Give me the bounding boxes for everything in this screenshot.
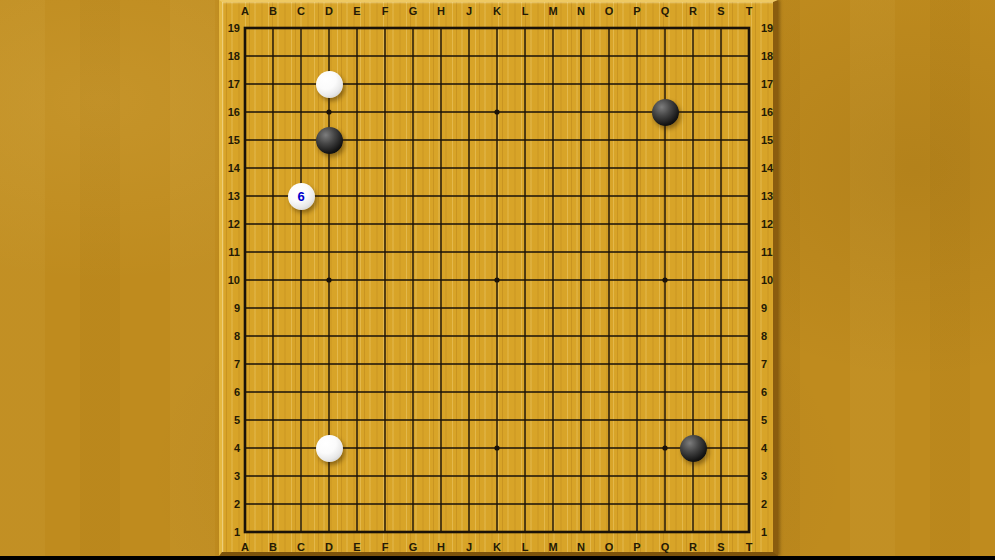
stone-black-r4[interactable] (680, 435, 707, 462)
move-number-label: 6 (297, 190, 304, 203)
stones-grid[interactable]: 6 (231, 14, 763, 546)
stone-white-d4[interactable] (316, 435, 343, 462)
go-board[interactable]: ABCDEFGHJKLMNOPQRST ABCDEFGHJKLMNOPQRST … (219, 0, 778, 556)
stone-white-d17[interactable] (316, 71, 343, 98)
stone-black-q16[interactable] (652, 99, 679, 126)
go-app-background: ABCDEFGHJKLMNOPQRST ABCDEFGHJKLMNOPQRST … (0, 0, 995, 560)
stone-black-d15[interactable] (316, 127, 343, 154)
bottom-black-bar (0, 556, 995, 560)
stone-white-c13[interactable]: 6 (288, 183, 315, 210)
